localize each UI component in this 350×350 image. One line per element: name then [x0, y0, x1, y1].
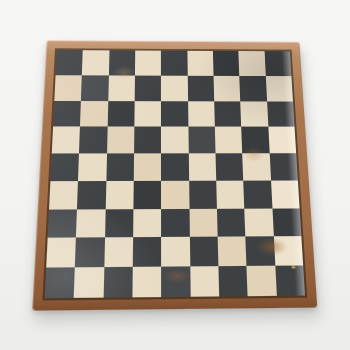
board-square[interactable]: [272, 208, 301, 237]
board-square[interactable]: [161, 51, 187, 76]
board-square[interactable]: [50, 154, 79, 181]
board-square[interactable]: [77, 181, 106, 209]
board-square[interactable]: [265, 76, 292, 101]
board-square[interactable]: [218, 266, 247, 296]
board-square[interactable]: [161, 237, 190, 267]
board-square[interactable]: [106, 153, 134, 180]
board-square[interactable]: [49, 181, 78, 209]
photo-background: [0, 0, 350, 350]
board-square[interactable]: [161, 101, 188, 127]
board-square[interactable]: [81, 75, 108, 101]
board-square[interactable]: [52, 127, 80, 154]
board-surface: [45, 50, 305, 298]
board-square[interactable]: [190, 266, 219, 296]
board-square[interactable]: [135, 51, 161, 76]
checkers-board: [45, 50, 305, 298]
board-square[interactable]: [107, 127, 135, 154]
board-square[interactable]: [80, 101, 108, 127]
board-square[interactable]: [161, 209, 189, 238]
board-square[interactable]: [267, 101, 295, 127]
board-square[interactable]: [271, 180, 300, 208]
board-square[interactable]: [240, 76, 267, 101]
board-square[interactable]: [46, 238, 76, 268]
board-square[interactable]: [134, 127, 161, 154]
board-square[interactable]: [133, 181, 161, 209]
board-square[interactable]: [109, 50, 136, 75]
board-square[interactable]: [188, 101, 215, 127]
board-square[interactable]: [188, 153, 216, 180]
board-square[interactable]: [274, 237, 304, 266]
board-square[interactable]: [246, 237, 275, 266]
board-square[interactable]: [161, 153, 189, 180]
board-square[interactable]: [161, 181, 189, 209]
board-square[interactable]: [269, 153, 297, 180]
board-square[interactable]: [74, 267, 104, 298]
board-square[interactable]: [188, 127, 215, 154]
board-square[interactable]: [189, 208, 217, 237]
board-square[interactable]: [214, 101, 241, 127]
board-square[interactable]: [187, 51, 213, 76]
board-square[interactable]: [133, 237, 162, 267]
board-square[interactable]: [75, 238, 105, 268]
board-square[interactable]: [54, 75, 82, 101]
board-square[interactable]: [275, 266, 305, 296]
board-square[interactable]: [108, 75, 135, 101]
board-square[interactable]: [243, 153, 271, 180]
board-square[interactable]: [161, 75, 188, 100]
board-square[interactable]: [215, 127, 243, 154]
board-square[interactable]: [268, 127, 296, 153]
board-square[interactable]: [134, 153, 162, 180]
board-square[interactable]: [107, 101, 134, 127]
board-square[interactable]: [161, 127, 188, 154]
board-square[interactable]: [135, 75, 162, 100]
board-square[interactable]: [239, 51, 266, 76]
board-square[interactable]: [216, 181, 244, 209]
board-square[interactable]: [103, 267, 132, 298]
board-square[interactable]: [213, 51, 240, 76]
board-square[interactable]: [217, 208, 246, 237]
board-square[interactable]: [245, 208, 274, 237]
board-square[interactable]: [78, 154, 106, 181]
board-square[interactable]: [45, 268, 75, 299]
wooden-frame: [32, 40, 317, 310]
board-square[interactable]: [76, 209, 105, 238]
board-square[interactable]: [216, 153, 244, 180]
board-square[interactable]: [264, 51, 291, 76]
board-square[interactable]: [247, 266, 277, 296]
board-square[interactable]: [190, 237, 219, 267]
board-square[interactable]: [214, 76, 241, 101]
board-square[interactable]: [241, 101, 269, 127]
board-square[interactable]: [161, 267, 190, 297]
board-square[interactable]: [53, 101, 81, 127]
board-square[interactable]: [244, 180, 273, 208]
board-square[interactable]: [133, 209, 161, 238]
board-square[interactable]: [104, 238, 133, 268]
board-square[interactable]: [48, 209, 78, 238]
board-square[interactable]: [132, 267, 161, 297]
board-square[interactable]: [82, 50, 109, 75]
board-square[interactable]: [187, 76, 214, 101]
board-square[interactable]: [134, 101, 161, 127]
board-square[interactable]: [241, 127, 269, 154]
board-square[interactable]: [105, 209, 134, 238]
board-square[interactable]: [105, 181, 133, 209]
board-square[interactable]: [56, 50, 83, 75]
board-square[interactable]: [189, 181, 217, 209]
board-square[interactable]: [218, 237, 247, 266]
board-square[interactable]: [79, 127, 107, 154]
